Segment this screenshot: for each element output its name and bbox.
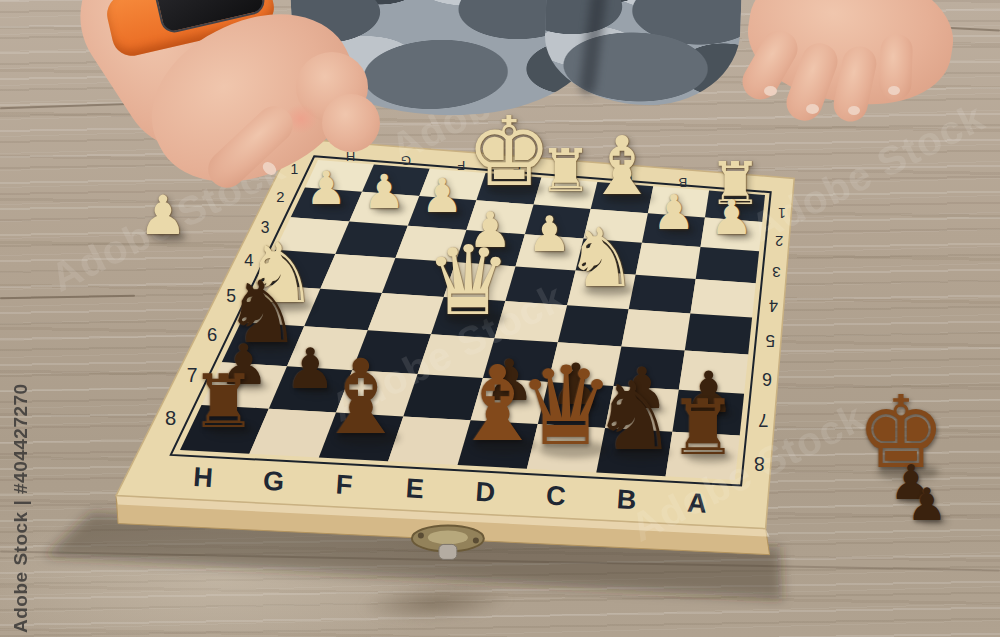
square-b4 — [629, 275, 696, 314]
label-file-near-F: F — [335, 469, 354, 500]
offboard-black-pawn-3: ♟ — [907, 482, 947, 527]
label-rank-right-8: 8 — [754, 453, 765, 475]
left-hand-curled-finger — [322, 94, 380, 152]
label-file-near-D: D — [475, 477, 497, 508]
square-b5 — [621, 309, 690, 350]
label-file-near-C: C — [545, 480, 567, 511]
label-rank-left-8: 8 — [165, 407, 176, 429]
piece-white-pawn-f2: ♟ — [421, 172, 463, 219]
piece-white-queen-e5: ♛ — [425, 233, 511, 329]
piece-white-pawn-h2: ♟ — [306, 164, 347, 210]
label-file-near-E: E — [405, 473, 425, 504]
piece-white-knight-c4: ♞ — [565, 219, 638, 300]
label-rank-right-3: 3 — [772, 264, 781, 281]
square-b3 — [636, 243, 701, 279]
clasp-screw — [473, 537, 479, 543]
label-file-near-G: G — [262, 465, 285, 496]
square-a5 — [685, 313, 752, 354]
label-rank-left-2: 2 — [276, 189, 284, 205]
piece-black-knight-b8: ♞ — [592, 369, 677, 464]
label-rank-right-7: 7 — [758, 410, 768, 431]
square-a4 — [690, 279, 755, 318]
right-fingernail — [888, 86, 900, 95]
label-file-near-A: A — [686, 488, 708, 519]
label-file-near-H: H — [192, 462, 214, 493]
clasp-knob — [439, 544, 457, 559]
piece-white-pawn-a2: ♟ — [710, 192, 753, 240]
clasp-plate-inner — [428, 530, 468, 544]
clasp-screw — [418, 532, 424, 538]
label-rank-right-6: 6 — [762, 369, 772, 389]
label-rank-right-5: 5 — [766, 331, 775, 350]
label-rank-left-6: 6 — [207, 324, 217, 345]
piece-black-rook-a8: ♜ — [669, 389, 737, 465]
right-fingernail — [806, 104, 819, 114]
piece-white-pawn-g2: ♟ — [363, 168, 405, 215]
label-rank-right-2: 2 — [775, 233, 783, 249]
label-file-near-B: B — [616, 484, 638, 515]
piece-black-rook-h8: ♜ — [191, 365, 257, 439]
piece-white-pawn-b2: ♟ — [652, 188, 695, 236]
square-c5 — [558, 305, 629, 346]
piece-white-rook-d1: ♜ — [539, 141, 592, 200]
stock-id-watermark: Adobe Stock | #404427270 — [10, 383, 32, 633]
piece-black-bishop-f8: ♝ — [315, 346, 407, 449]
label-rank-right-1: 1 — [778, 205, 786, 220]
right-fingernail — [764, 86, 777, 96]
offboard-white-pawn-0: ♟ — [139, 189, 187, 243]
stock-photo-scene: HGFEDCBAHGFEDCBA1234567812345678 ♚♜♝♜♟♟♟… — [0, 0, 1000, 637]
square-a3 — [696, 247, 759, 283]
piece-white-bishop-c1: ♝ — [586, 126, 659, 207]
right-fingernail — [848, 106, 860, 115]
label-rank-right-4: 4 — [769, 297, 778, 315]
